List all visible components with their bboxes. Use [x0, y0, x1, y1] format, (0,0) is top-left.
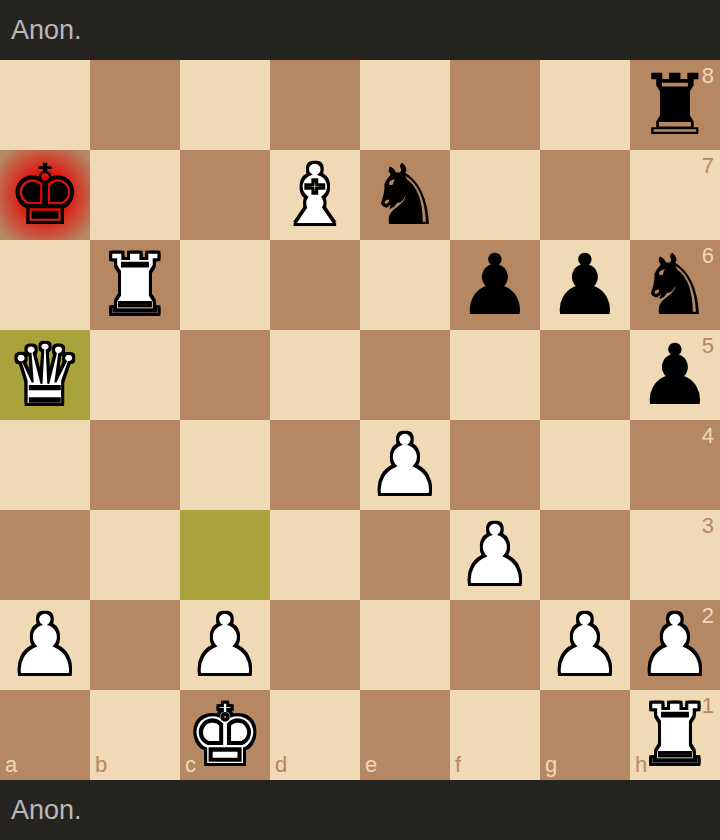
board: 8♜♚♝♞7♜♟♟6♞♛5♟♟4♟3♟♟♟2♟abc♚defg1h♜ [0, 60, 720, 780]
bottom-player-bar: Anon. [0, 780, 720, 840]
square-d2[interactable] [270, 600, 360, 690]
square-e3[interactable] [360, 510, 450, 600]
coord-rank-3: 3 [702, 513, 714, 539]
square-g2[interactable]: ♟ [540, 600, 630, 690]
coord-file-g: g [545, 752, 557, 778]
square-c8[interactable] [180, 60, 270, 150]
square-f4[interactable] [450, 420, 540, 510]
white-pawn[interactable]: ♟ [540, 600, 630, 690]
square-c5[interactable] [180, 330, 270, 420]
square-d8[interactable] [270, 60, 360, 150]
square-a5[interactable]: ♛ [0, 330, 90, 420]
square-b3[interactable] [90, 510, 180, 600]
square-c4[interactable] [180, 420, 270, 510]
square-e6[interactable] [360, 240, 450, 330]
square-a8[interactable] [0, 60, 90, 150]
black-pawn[interactable]: ♟ [630, 330, 720, 420]
square-g3[interactable] [540, 510, 630, 600]
square-d7[interactable]: ♝ [270, 150, 360, 240]
square-b7[interactable] [90, 150, 180, 240]
white-king[interactable]: ♚ [180, 690, 270, 780]
square-c6[interactable] [180, 240, 270, 330]
square-g8[interactable] [540, 60, 630, 150]
black-pawn[interactable]: ♟ [540, 240, 630, 330]
square-a4[interactable] [0, 420, 90, 510]
black-king[interactable]: ♚ [0, 150, 90, 240]
square-h6[interactable]: 6♞ [630, 240, 720, 330]
square-c2[interactable]: ♟ [180, 600, 270, 690]
square-e7[interactable]: ♞ [360, 150, 450, 240]
white-pawn[interactable]: ♟ [0, 600, 90, 690]
square-e5[interactable] [360, 330, 450, 420]
bottom-player-name: Anon. [11, 780, 82, 840]
square-c1[interactable]: c♚ [180, 690, 270, 780]
white-pawn[interactable]: ♟ [450, 510, 540, 600]
square-b5[interactable] [90, 330, 180, 420]
coord-rank-4: 4 [702, 423, 714, 449]
square-h1[interactable]: 1h♜ [630, 690, 720, 780]
square-e1[interactable]: e [360, 690, 450, 780]
square-b6[interactable]: ♜ [90, 240, 180, 330]
square-h8[interactable]: 8♜ [630, 60, 720, 150]
square-f5[interactable] [450, 330, 540, 420]
square-h7[interactable]: 7 [630, 150, 720, 240]
square-a3[interactable] [0, 510, 90, 600]
square-e4[interactable]: ♟ [360, 420, 450, 510]
square-a1[interactable]: a [0, 690, 90, 780]
white-pawn[interactable]: ♟ [630, 600, 720, 690]
square-e8[interactable] [360, 60, 450, 150]
coord-file-b: b [95, 752, 107, 778]
square-h2[interactable]: 2♟ [630, 600, 720, 690]
square-d5[interactable] [270, 330, 360, 420]
square-g6[interactable]: ♟ [540, 240, 630, 330]
square-f6[interactable]: ♟ [450, 240, 540, 330]
square-d4[interactable] [270, 420, 360, 510]
square-h4[interactable]: 4 [630, 420, 720, 510]
square-h5[interactable]: 5♟ [630, 330, 720, 420]
coord-file-d: d [275, 752, 287, 778]
square-d6[interactable] [270, 240, 360, 330]
square-e2[interactable] [360, 600, 450, 690]
white-pawn[interactable]: ♟ [180, 600, 270, 690]
square-f3[interactable]: ♟ [450, 510, 540, 600]
square-g4[interactable] [540, 420, 630, 510]
square-g5[interactable] [540, 330, 630, 420]
square-c3[interactable] [180, 510, 270, 600]
square-b2[interactable] [90, 600, 180, 690]
white-rook[interactable]: ♜ [630, 690, 720, 780]
square-a2[interactable]: ♟ [0, 600, 90, 690]
square-g1[interactable]: g [540, 690, 630, 780]
square-f1[interactable]: f [450, 690, 540, 780]
square-d1[interactable]: d [270, 690, 360, 780]
black-knight[interactable]: ♞ [630, 240, 720, 330]
square-g7[interactable] [540, 150, 630, 240]
top-player-bar: Anon. [0, 0, 720, 60]
square-b8[interactable] [90, 60, 180, 150]
square-c7[interactable] [180, 150, 270, 240]
square-f2[interactable] [450, 600, 540, 690]
black-rook[interactable]: ♜ [630, 60, 720, 150]
square-h3[interactable]: 3 [630, 510, 720, 600]
coord-file-a: a [5, 752, 17, 778]
coord-file-e: e [365, 752, 377, 778]
black-pawn[interactable]: ♟ [450, 240, 540, 330]
square-a7[interactable]: ♚ [0, 150, 90, 240]
coord-rank-7: 7 [702, 153, 714, 179]
square-d3[interactable] [270, 510, 360, 600]
top-player-name: Anon. [11, 0, 82, 60]
white-rook[interactable]: ♜ [90, 240, 180, 330]
chess-app: Anon. 8♜♚♝♞7♜♟♟6♞♛5♟♟4♟3♟♟♟2♟abc♚defg1h♜… [0, 0, 720, 840]
white-queen[interactable]: ♛ [0, 330, 90, 420]
white-pawn[interactable]: ♟ [360, 420, 450, 510]
black-knight[interactable]: ♞ [360, 150, 450, 240]
square-f8[interactable] [450, 60, 540, 150]
square-a6[interactable] [0, 240, 90, 330]
square-f7[interactable] [450, 150, 540, 240]
square-b4[interactable] [90, 420, 180, 510]
square-b1[interactable]: b [90, 690, 180, 780]
coord-file-f: f [455, 752, 461, 778]
white-bishop[interactable]: ♝ [270, 150, 360, 240]
